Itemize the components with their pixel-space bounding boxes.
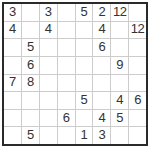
cell-r7c4: 6	[58, 110, 75, 127]
cell-r8c8[interactable]	[129, 127, 146, 144]
cell-r2c7[interactable]	[111, 22, 128, 39]
cell-clue-value: 6	[98, 40, 105, 55]
cell-clue-value: 5	[27, 128, 34, 143]
cell-r3c6: 6	[93, 39, 110, 56]
cell-r2c8: 12	[129, 22, 146, 39]
cell-clue-value: 3	[45, 5, 52, 20]
cell-clue-value: 6	[134, 93, 141, 108]
cell-clue-value: 4	[98, 111, 105, 126]
cell-clue-value: 1	[81, 128, 88, 143]
cell-r8c6: 3	[93, 127, 110, 144]
cell-r5c1: 7	[4, 75, 21, 92]
cell-r6c3[interactable]	[40, 92, 57, 109]
cell-clue-value: 3	[98, 128, 105, 143]
cell-r3c5[interactable]	[76, 39, 93, 56]
cell-clue-value: 2	[98, 5, 105, 20]
cell-r5c5[interactable]	[76, 75, 93, 92]
cell-r6c8: 6	[129, 92, 146, 109]
cell-r4c4[interactable]	[58, 57, 75, 74]
cell-clue-value: 5	[81, 5, 88, 20]
cell-r1c1: 3	[4, 4, 21, 21]
cell-r4c3[interactable]	[40, 57, 57, 74]
cell-r8c1[interactable]	[4, 127, 21, 144]
cell-clue-value: 5	[116, 111, 123, 126]
cell-r7c5[interactable]	[76, 110, 93, 127]
cell-r1c3: 3	[40, 4, 57, 21]
cell-r2c1: 4	[4, 22, 21, 39]
cell-r4c2: 6	[22, 57, 39, 74]
cell-r1c7: 12	[111, 4, 128, 21]
cell-r7c8[interactable]	[129, 110, 146, 127]
cell-r5c8[interactable]	[129, 75, 146, 92]
cell-r4c1[interactable]	[4, 57, 21, 74]
cell-r3c4[interactable]	[58, 39, 75, 56]
cell-r5c7[interactable]	[111, 75, 128, 92]
cell-r4c7: 9	[111, 57, 128, 74]
cell-clue-value: 7	[9, 75, 16, 90]
cell-r3c8[interactable]	[129, 39, 146, 56]
cell-clue-value: 8	[27, 75, 34, 90]
cell-r1c8[interactable]	[129, 4, 146, 21]
cell-r8c4[interactable]	[58, 127, 75, 144]
cell-r4c5[interactable]	[76, 57, 93, 74]
cell-r7c6: 4	[93, 110, 110, 127]
cell-r5c2: 8	[22, 75, 39, 92]
cell-r8c2: 5	[22, 127, 39, 144]
cell-r7c3[interactable]	[40, 110, 57, 127]
cell-r6c7: 4	[111, 92, 128, 109]
cell-r7c2[interactable]	[22, 110, 39, 127]
cell-clue-value: 9	[116, 58, 123, 73]
cell-r2c2[interactable]	[22, 22, 39, 39]
cell-r5c6[interactable]	[93, 75, 110, 92]
cell-r2c3: 4	[40, 22, 57, 39]
cell-clue-value: 12	[113, 5, 126, 20]
cell-clue-value: 3	[9, 5, 16, 20]
cell-r6c1[interactable]	[4, 92, 21, 109]
cell-r6c6[interactable]	[93, 92, 110, 109]
cell-r5c3[interactable]	[40, 75, 57, 92]
cell-r5c4[interactable]	[58, 75, 75, 92]
cell-r3c2: 5	[22, 39, 39, 56]
cell-r1c4[interactable]	[58, 4, 75, 21]
cell-r7c7: 5	[111, 110, 128, 127]
cell-r8c5: 1	[76, 127, 93, 144]
cell-r4c6[interactable]	[93, 57, 110, 74]
cell-r7c1[interactable]	[4, 110, 21, 127]
cell-r4c8[interactable]	[129, 57, 146, 74]
cell-r8c7[interactable]	[111, 127, 128, 144]
cell-clue-value: 4	[45, 22, 52, 37]
cell-clue-value: 5	[81, 93, 88, 108]
cell-r2c6: 4	[93, 22, 110, 39]
cell-r6c4[interactable]	[58, 92, 75, 109]
cell-r1c5: 5	[76, 4, 93, 21]
cell-r3c1[interactable]	[4, 39, 21, 56]
cell-r8c3[interactable]	[40, 127, 57, 144]
cell-r6c2[interactable]	[22, 92, 39, 109]
cell-clue-value: 4	[116, 93, 123, 108]
cell-r3c7[interactable]	[111, 39, 128, 56]
cell-r2c4[interactable]	[58, 22, 75, 39]
cell-r2c5[interactable]	[76, 22, 93, 39]
puzzle-page: 33521244412566978546645513	[0, 0, 150, 150]
cell-clue-value: 5	[27, 40, 34, 55]
cell-r6c5: 5	[76, 92, 93, 109]
puzzle-board: 33521244412566978546645513	[2, 2, 148, 146]
cell-r1c6: 2	[93, 4, 110, 21]
cell-clue-value: 12	[131, 22, 144, 37]
cell-clue-value: 4	[98, 22, 105, 37]
cell-r1c2[interactable]	[22, 4, 39, 21]
cell-clue-value: 6	[63, 111, 70, 126]
cell-clue-value: 6	[27, 58, 34, 73]
cell-r3c3[interactable]	[40, 39, 57, 56]
cell-clue-value: 4	[9, 22, 16, 37]
